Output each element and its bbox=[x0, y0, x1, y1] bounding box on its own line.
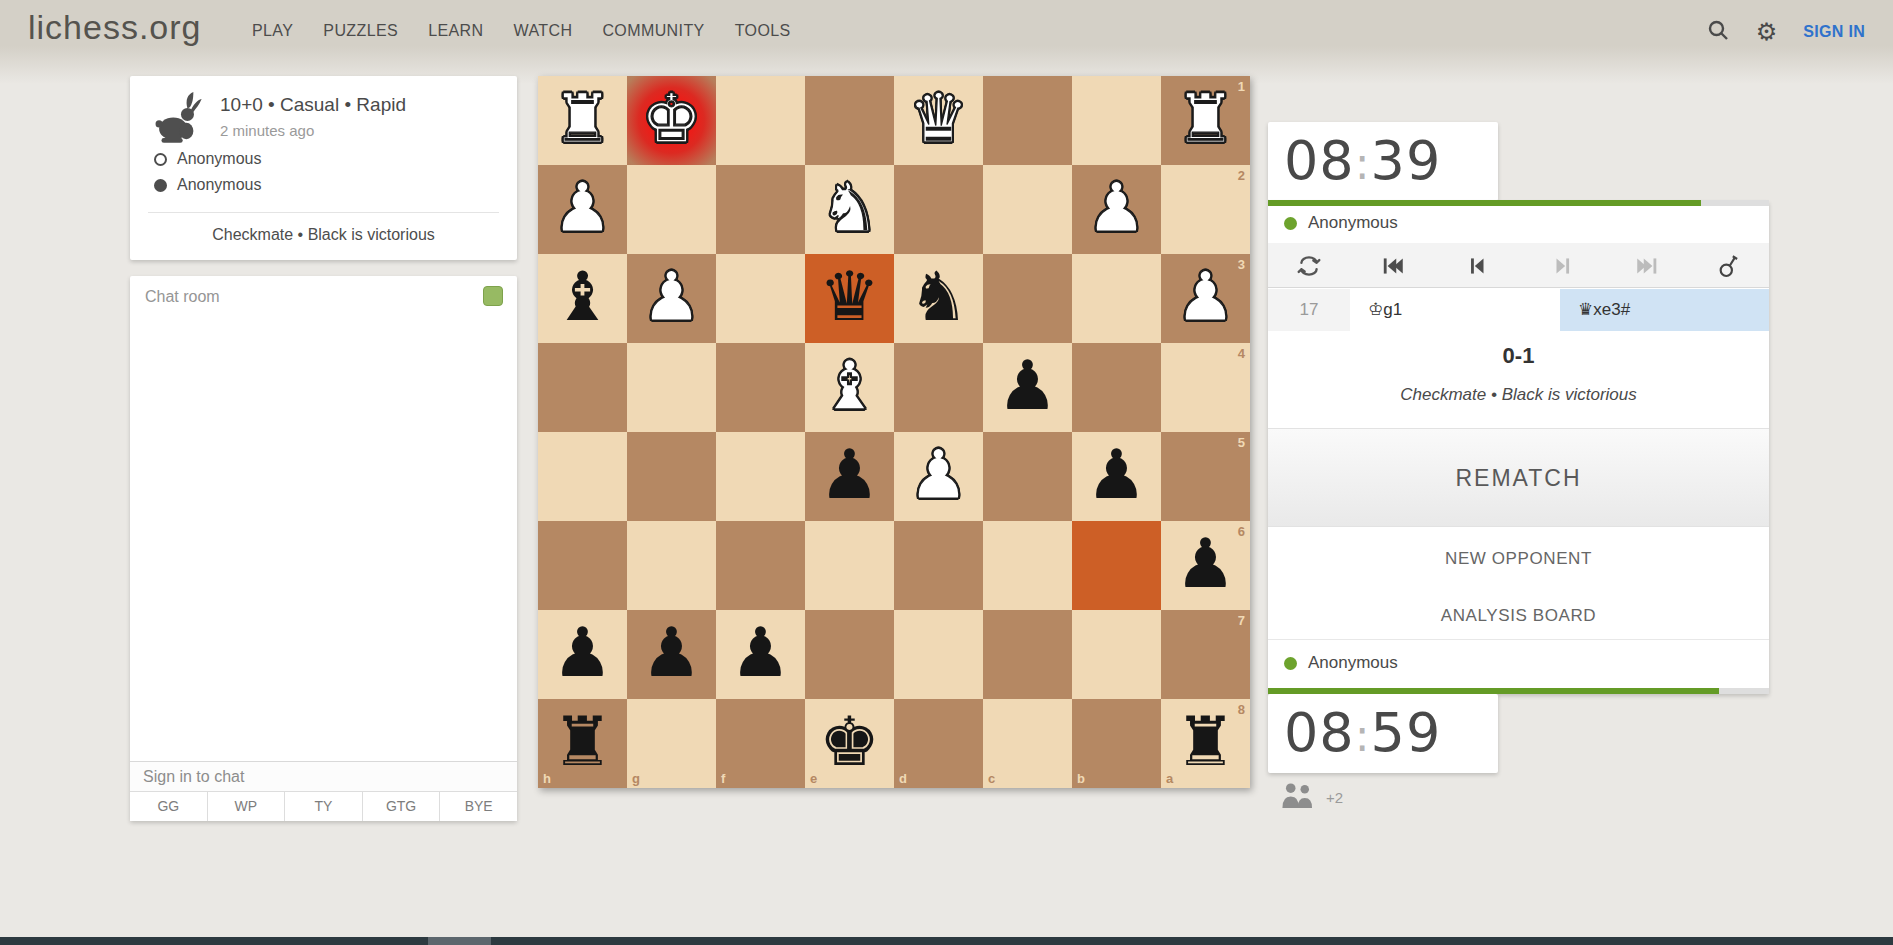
square-a5[interactable]: 5 bbox=[1161, 432, 1250, 521]
menu-community[interactable]: COMMUNITY bbox=[602, 22, 704, 40]
square-e7[interactable] bbox=[805, 610, 894, 699]
chat-preset-ty[interactable]: TY bbox=[284, 792, 362, 821]
go-next-icon[interactable] bbox=[1550, 253, 1576, 279]
white-pawn[interactable]: ♟ bbox=[538, 165, 627, 254]
square-h8[interactable]: ♜h bbox=[538, 699, 627, 788]
lichess-logo[interactable]: lichess.org bbox=[28, 8, 202, 47]
square-c8[interactable]: c bbox=[983, 699, 1072, 788]
panel-divider bbox=[1268, 639, 1769, 640]
square-a6[interactable]: ♟6 bbox=[1161, 521, 1250, 610]
square-a7[interactable]: 7 bbox=[1161, 610, 1250, 699]
bottom-clock: 08:59 bbox=[1268, 694, 1498, 773]
square-h6[interactable] bbox=[538, 521, 627, 610]
move-list: 17 ♔g1 ♛xe3# bbox=[1268, 289, 1769, 331]
square-e3[interactable]: ♛ bbox=[805, 254, 894, 343]
menu-puzzles[interactable]: PUZZLES bbox=[323, 22, 398, 40]
square-c4[interactable]: ♟ bbox=[983, 343, 1072, 432]
game-side-panel: Anonymous bbox=[1268, 201, 1769, 694]
top-clock-minutes: 08 bbox=[1284, 129, 1355, 192]
square-b1[interactable] bbox=[1072, 76, 1161, 165]
square-f6[interactable] bbox=[716, 521, 805, 610]
black-pawn[interactable]: ♟ bbox=[1161, 521, 1250, 610]
new-opponent-button[interactable]: NEW OPPONENT bbox=[1268, 549, 1769, 569]
square-h4[interactable] bbox=[538, 343, 627, 432]
square-h1[interactable]: ♜ bbox=[538, 76, 627, 165]
info-divider bbox=[148, 212, 499, 213]
black-rook[interactable]: ♜ bbox=[538, 699, 627, 788]
square-f5[interactable] bbox=[716, 432, 805, 521]
bottom-clock-minutes: 08 bbox=[1284, 701, 1355, 764]
square-e4[interactable]: ♝ bbox=[805, 343, 894, 432]
square-c7[interactable] bbox=[983, 610, 1072, 699]
file-label-g: g bbox=[632, 771, 640, 786]
chat-preset-bye[interactable]: BYE bbox=[439, 792, 517, 821]
chat-preset-row: GG WP TY GTG BYE bbox=[130, 791, 517, 821]
menu-watch[interactable]: WATCH bbox=[514, 22, 573, 40]
square-h2[interactable]: ♟ bbox=[538, 165, 627, 254]
white-move[interactable]: ♔g1 bbox=[1350, 289, 1560, 331]
black-pawn[interactable]: ♟ bbox=[805, 432, 894, 521]
bottom-clock-seconds: 59 bbox=[1371, 701, 1442, 764]
white-color-icon bbox=[154, 153, 167, 166]
black-player-row: Anonymous bbox=[154, 176, 262, 194]
square-g8[interactable]: g bbox=[627, 699, 716, 788]
square-b4[interactable] bbox=[1072, 343, 1161, 432]
rank-label-5: 5 bbox=[1238, 435, 1245, 450]
top-player-name[interactable]: Anonymous bbox=[1308, 213, 1398, 233]
black-pawn[interactable]: ♟ bbox=[983, 343, 1072, 432]
footer-bar bbox=[0, 937, 1893, 945]
black-pawn[interactable]: ♟ bbox=[716, 610, 805, 699]
square-c1[interactable] bbox=[983, 76, 1072, 165]
game-time-ago: 2 minutes ago bbox=[220, 122, 314, 139]
square-g4[interactable] bbox=[627, 343, 716, 432]
top-time-bar bbox=[1268, 200, 1769, 206]
white-pawn[interactable]: ♟ bbox=[1072, 165, 1161, 254]
square-f4[interactable] bbox=[716, 343, 805, 432]
main-menu: PLAY PUZZLES LEARN WATCH COMMUNITY TOOLS bbox=[252, 22, 791, 40]
black-pawn[interactable]: ♟ bbox=[1072, 432, 1161, 521]
white-pawn[interactable]: ♟ bbox=[1161, 254, 1250, 343]
white-pawn[interactable]: ♟ bbox=[894, 432, 983, 521]
move-number: 17 bbox=[1268, 289, 1350, 331]
scrollbar-thumb[interactable] bbox=[428, 937, 491, 945]
square-d2[interactable] bbox=[894, 165, 983, 254]
square-f8[interactable]: f bbox=[716, 699, 805, 788]
square-a2[interactable]: 2 bbox=[1161, 165, 1250, 254]
chat-input: Sign in to chat bbox=[130, 761, 517, 791]
file-label-f: f bbox=[721, 771, 725, 786]
result-status: Checkmate • Black is victorious bbox=[1268, 385, 1769, 405]
white-knight[interactable]: ♞ bbox=[805, 165, 894, 254]
square-g3[interactable]: ♟ bbox=[627, 254, 716, 343]
square-h5[interactable] bbox=[538, 432, 627, 521]
top-clock-seconds: 39 bbox=[1371, 129, 1442, 192]
square-a4[interactable]: 4 bbox=[1161, 343, 1250, 432]
black-color-icon bbox=[154, 179, 167, 192]
black-pawn[interactable]: ♟ bbox=[538, 610, 627, 699]
file-label-c: c bbox=[988, 771, 995, 786]
square-b5[interactable]: ♟ bbox=[1072, 432, 1161, 521]
square-f2[interactable] bbox=[716, 165, 805, 254]
spectators: +2 bbox=[1280, 782, 1343, 813]
square-b8[interactable]: b bbox=[1072, 699, 1161, 788]
file-label-b: b bbox=[1077, 771, 1085, 786]
square-f3[interactable] bbox=[716, 254, 805, 343]
square-b7[interactable] bbox=[1072, 610, 1161, 699]
go-last-icon[interactable] bbox=[1634, 253, 1660, 279]
chat-preset-gg[interactable]: GG bbox=[130, 792, 207, 821]
square-c3[interactable] bbox=[983, 254, 1072, 343]
white-king[interactable]: ♚ bbox=[627, 76, 716, 165]
white-bishop[interactable]: ♝ bbox=[805, 343, 894, 432]
file-label-h: h bbox=[543, 771, 551, 786]
go-previous-icon[interactable] bbox=[1464, 253, 1490, 279]
game-setup: 10+0 • Casual • Rapid bbox=[220, 94, 406, 116]
black-move-current[interactable]: ♛xe3# bbox=[1560, 289, 1769, 331]
square-d5[interactable]: ♟ bbox=[894, 432, 983, 521]
square-g6[interactable] bbox=[627, 521, 716, 610]
people-icon bbox=[1280, 782, 1316, 813]
square-d4[interactable] bbox=[894, 343, 983, 432]
rank-label-1: 1 bbox=[1238, 79, 1245, 94]
white-pawn[interactable]: ♟ bbox=[627, 254, 716, 343]
nav-icons: ⚙ SIGN IN bbox=[1706, 18, 1865, 46]
square-b2[interactable]: ♟ bbox=[1072, 165, 1161, 254]
square-f7[interactable]: ♟ bbox=[716, 610, 805, 699]
bottom-player-row: Anonymous bbox=[1284, 653, 1398, 673]
menu-tools[interactable]: TOOLS bbox=[735, 22, 791, 40]
bottom-player-name[interactable]: Anonymous bbox=[1308, 653, 1398, 673]
rank-label-4: 4 bbox=[1238, 346, 1245, 361]
black-king[interactable]: ♚ bbox=[805, 699, 894, 788]
white-rook[interactable]: ♜ bbox=[1161, 76, 1250, 165]
analysis-microscope-icon[interactable] bbox=[1716, 253, 1742, 279]
move-controls bbox=[1268, 243, 1769, 288]
black-bishop[interactable]: ♝ bbox=[538, 254, 627, 343]
square-d1[interactable]: ♛ bbox=[894, 76, 983, 165]
square-f1[interactable] bbox=[716, 76, 805, 165]
square-g7[interactable]: ♟ bbox=[627, 610, 716, 699]
top-nav: lichess.org PLAY PUZZLES LEARN WATCH COM… bbox=[0, 0, 1893, 84]
game-info-box: 10+0 • Casual • Rapid 2 minutes ago Anon… bbox=[130, 76, 517, 260]
white-queen[interactable]: ♛ bbox=[894, 76, 983, 165]
lichess-game-page: lichess.org PLAY PUZZLES LEARN WATCH COM… bbox=[0, 0, 1893, 945]
square-b3[interactable] bbox=[1072, 254, 1161, 343]
square-g1[interactable]: ♚ bbox=[627, 76, 716, 165]
rabbit-icon bbox=[154, 92, 202, 148]
black-player-name: Anonymous bbox=[177, 176, 262, 194]
rank-label-6: 6 bbox=[1238, 524, 1245, 539]
white-rook[interactable]: ♜ bbox=[538, 76, 627, 165]
square-h3[interactable]: ♝ bbox=[538, 254, 627, 343]
square-a3[interactable]: ♟3 bbox=[1161, 254, 1250, 343]
flip-board-icon[interactable] bbox=[1296, 253, 1322, 279]
chat-preset-gtg[interactable]: GTG bbox=[362, 792, 440, 821]
clock-colon: : bbox=[1355, 710, 1371, 761]
chess-board[interactable]: ♜♚♛♜1♟♞♟2♝♟♛♞♟3♝♟4♟♟♟5♟6♟♟♟7♜hgf♚edcb♜8a bbox=[538, 76, 1250, 788]
search-icon[interactable] bbox=[1706, 18, 1730, 46]
square-e5[interactable]: ♟ bbox=[805, 432, 894, 521]
black-pawn[interactable]: ♟ bbox=[627, 610, 716, 699]
white-player-row: Anonymous bbox=[154, 150, 262, 168]
square-e1[interactable] bbox=[805, 76, 894, 165]
gear-icon[interactable]: ⚙ bbox=[1756, 20, 1778, 44]
chat-box: Chat room Sign in to chat GG WP TY GTG B… bbox=[130, 276, 517, 821]
square-d8[interactable]: d bbox=[894, 699, 983, 788]
square-a8[interactable]: ♜8a bbox=[1161, 699, 1250, 788]
bottom-time-bar bbox=[1268, 688, 1769, 694]
menu-learn[interactable]: LEARN bbox=[428, 22, 483, 40]
square-c5[interactable] bbox=[983, 432, 1072, 521]
file-label-e: e bbox=[810, 771, 817, 786]
square-e2[interactable]: ♞ bbox=[805, 165, 894, 254]
square-d7[interactable] bbox=[894, 610, 983, 699]
rank-label-7: 7 bbox=[1238, 613, 1245, 628]
go-first-icon[interactable] bbox=[1380, 253, 1406, 279]
spectator-count: +2 bbox=[1326, 789, 1343, 806]
square-e6[interactable] bbox=[805, 521, 894, 610]
rematch-button[interactable]: REMATCH bbox=[1268, 428, 1769, 527]
top-player-row: Anonymous bbox=[1284, 213, 1398, 233]
online-dot-icon bbox=[1284, 217, 1297, 230]
black-queen[interactable]: ♛ bbox=[805, 254, 894, 343]
square-g5[interactable] bbox=[627, 432, 716, 521]
chat-preset-wp[interactable]: WP bbox=[207, 792, 285, 821]
chat-toggle-button[interactable] bbox=[483, 286, 503, 306]
file-label-d: d bbox=[899, 771, 907, 786]
analysis-board-button[interactable]: ANALYSIS BOARD bbox=[1268, 606, 1769, 626]
square-c6[interactable] bbox=[983, 521, 1072, 610]
square-b6[interactable] bbox=[1072, 521, 1161, 610]
square-e8[interactable]: ♚e bbox=[805, 699, 894, 788]
sign-in-button[interactable]: SIGN IN bbox=[1803, 23, 1865, 41]
result-score: 0-1 bbox=[1268, 343, 1769, 369]
clock-colon: : bbox=[1355, 138, 1371, 189]
rank-label-3: 3 bbox=[1238, 257, 1245, 272]
game-result-text: Checkmate • Black is victorious bbox=[130, 226, 517, 244]
file-label-a: a bbox=[1166, 771, 1173, 786]
square-g2[interactable] bbox=[627, 165, 716, 254]
online-dot-icon bbox=[1284, 657, 1297, 670]
square-d6[interactable] bbox=[894, 521, 983, 610]
chat-title: Chat room bbox=[145, 288, 220, 306]
rank-label-8: 8 bbox=[1238, 702, 1245, 717]
black-knight[interactable]: ♞ bbox=[894, 254, 983, 343]
menu-play[interactable]: PLAY bbox=[252, 22, 293, 40]
square-a1[interactable]: ♜1 bbox=[1161, 76, 1250, 165]
rank-label-2: 2 bbox=[1238, 168, 1245, 183]
white-player-name: Anonymous bbox=[177, 150, 262, 168]
top-clock: 08:39 bbox=[1268, 122, 1498, 201]
black-rook[interactable]: ♜ bbox=[1161, 699, 1250, 788]
square-h7[interactable]: ♟ bbox=[538, 610, 627, 699]
square-c2[interactable] bbox=[983, 165, 1072, 254]
square-d3[interactable]: ♞ bbox=[894, 254, 983, 343]
